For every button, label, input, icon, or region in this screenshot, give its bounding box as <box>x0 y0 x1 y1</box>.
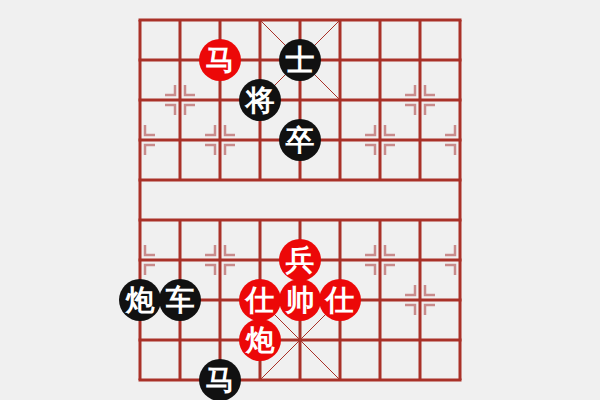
black-advisor[interactable]: 士 <box>279 39 321 81</box>
black-cannon[interactable]: 炮 <box>119 279 161 321</box>
red-advisor-left[interactable]: 仕 <box>239 279 281 321</box>
red-cannon[interactable]: 炮 <box>239 319 281 361</box>
black-horse[interactable]: 马 <box>199 359 241 400</box>
xiangqi-board: 马士将卒兵炮车仕帅仕炮马 <box>0 0 600 400</box>
board-grid: 马士将卒兵炮车仕帅仕炮马 <box>120 0 480 400</box>
black-chariot[interactable]: 车 <box>159 279 201 321</box>
black-general[interactable]: 将 <box>239 79 281 121</box>
red-advisor-right[interactable]: 仕 <box>319 279 361 321</box>
red-soldier[interactable]: 兵 <box>279 239 321 281</box>
red-general[interactable]: 帅 <box>279 279 321 321</box>
red-horse[interactable]: 马 <box>199 39 241 81</box>
black-soldier[interactable]: 卒 <box>279 119 321 161</box>
